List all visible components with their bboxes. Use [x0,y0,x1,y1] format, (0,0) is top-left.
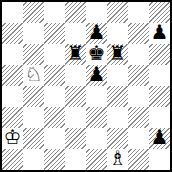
square-b4[interactable] [23,86,44,107]
square-g2[interactable] [128,128,149,149]
square-d7[interactable] [65,23,86,44]
square-h5[interactable] [149,65,170,86]
square-g4[interactable] [128,86,149,107]
square-h8[interactable] [149,2,170,23]
square-c3[interactable] [44,107,65,128]
square-g1[interactable] [128,149,149,170]
square-c2[interactable] [44,128,65,149]
square-a8[interactable] [2,2,23,23]
square-d4[interactable] [65,86,86,107]
square-h1[interactable] [149,149,170,170]
square-f1[interactable]: ♗ [107,149,128,170]
piece-black-rook-f6: ♜ [109,44,127,64]
square-b5[interactable]: ♘ [23,65,44,86]
square-d3[interactable] [65,107,86,128]
square-g8[interactable] [128,2,149,23]
square-a5[interactable] [2,65,23,86]
square-f8[interactable] [107,2,128,23]
chess-board-frame: ♟♟♜♚♜♘♟♔♟♗ [0,0,172,172]
square-e8[interactable] [86,2,107,23]
square-g7[interactable] [128,23,149,44]
square-d8[interactable] [65,2,86,23]
square-e2[interactable] [86,128,107,149]
square-a7[interactable] [2,23,23,44]
piece-black-rook-d6: ♜ [67,44,85,64]
square-f3[interactable] [107,107,128,128]
square-h6[interactable] [149,44,170,65]
square-c6[interactable] [44,44,65,65]
square-h3[interactable] [149,107,170,128]
piece-white-king-a2: ♔ [4,128,22,148]
square-b6[interactable] [23,44,44,65]
square-b1[interactable] [23,149,44,170]
piece-black-pawn-h2: ♟ [151,128,169,148]
square-a4[interactable] [2,86,23,107]
piece-black-pawn-h7: ♟ [151,23,169,43]
square-h4[interactable] [149,86,170,107]
square-f2[interactable] [107,128,128,149]
square-f6[interactable]: ♜ [107,44,128,65]
piece-white-bishop-f1: ♗ [109,149,127,169]
piece-black-pawn-e5: ♟ [88,65,106,85]
square-c7[interactable] [44,23,65,44]
square-h2[interactable]: ♟ [149,128,170,149]
square-b7[interactable] [23,23,44,44]
square-e7[interactable]: ♟ [86,23,107,44]
square-d2[interactable] [65,128,86,149]
square-a3[interactable] [2,107,23,128]
piece-black-pawn-e7: ♟ [88,23,106,43]
piece-white-knight-b5: ♘ [25,65,43,85]
square-d5[interactable] [65,65,86,86]
square-c1[interactable] [44,149,65,170]
square-f5[interactable] [107,65,128,86]
square-f7[interactable] [107,23,128,44]
square-a2[interactable]: ♔ [2,128,23,149]
square-a1[interactable] [2,149,23,170]
square-a6[interactable] [2,44,23,65]
square-e1[interactable] [86,149,107,170]
square-e3[interactable] [86,107,107,128]
square-e5[interactable]: ♟ [86,65,107,86]
square-b2[interactable] [23,128,44,149]
square-b8[interactable] [23,2,44,23]
square-c4[interactable] [44,86,65,107]
square-c5[interactable] [44,65,65,86]
square-f4[interactable] [107,86,128,107]
square-g6[interactable] [128,44,149,65]
square-h7[interactable]: ♟ [149,23,170,44]
square-g5[interactable] [128,65,149,86]
square-e6[interactable]: ♚ [86,44,107,65]
square-c8[interactable] [44,2,65,23]
square-d6[interactable]: ♜ [65,44,86,65]
square-e4[interactable] [86,86,107,107]
piece-black-king-e6: ♚ [88,44,106,64]
square-g3[interactable] [128,107,149,128]
chess-board: ♟♟♜♚♜♘♟♔♟♗ [2,2,170,170]
square-b3[interactable] [23,107,44,128]
square-d1[interactable] [65,149,86,170]
